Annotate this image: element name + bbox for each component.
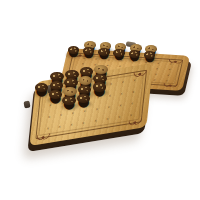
point-mark: × [82, 121, 85, 125]
game-piece: ● [77, 94, 91, 107]
game-piece: ● [83, 47, 95, 58]
point-mark: × [133, 78, 136, 82]
point-mark: × [129, 113, 132, 117]
point-mark: × [119, 103, 122, 107]
point-mark: × [131, 101, 134, 105]
disc-top [144, 51, 156, 59]
game-piece: ● [48, 90, 62, 103]
game-piece: ● [98, 48, 110, 59]
point-mark: × [117, 115, 120, 119]
game-piece: ● [113, 49, 125, 60]
game-piece: ● [92, 82, 106, 95]
point-mark: × [166, 74, 170, 77]
disc-top [49, 90, 62, 99]
point-mark: × [156, 62, 160, 65]
game-piece: ● [144, 51, 156, 62]
product-photo: ×××××××××××××××××××××××××××××××× ×××××××… [0, 0, 200, 200]
point-mark: × [59, 113, 62, 117]
point-mark: × [58, 125, 61, 129]
point-mark: × [120, 92, 123, 96]
point-mark: × [165, 79, 169, 82]
point-mark: × [153, 73, 157, 76]
point-mark: × [95, 107, 98, 111]
point-mark: × [106, 117, 109, 121]
disc-top [93, 82, 106, 91]
game-piece: ● [62, 96, 76, 109]
point-mark: × [121, 80, 124, 84]
game-piece: ● [128, 50, 140, 61]
hinge-icon [23, 101, 30, 109]
point-mark: × [80, 62, 84, 65]
point-mark: × [155, 67, 159, 70]
point-mark: × [46, 127, 49, 131]
point-mark: × [83, 109, 86, 113]
point-mark: × [108, 94, 111, 98]
disc-top [68, 46, 80, 54]
point-mark: × [132, 90, 135, 94]
disc-top [83, 47, 95, 55]
point-mark: × [167, 68, 171, 71]
point-mark: × [109, 82, 112, 86]
disc-top [113, 49, 125, 57]
point-mark: × [70, 123, 73, 127]
disc-top [62, 96, 75, 105]
game-piece: ● [35, 83, 49, 96]
disc-top [129, 50, 141, 58]
point-mark: × [107, 105, 110, 109]
point-mark: × [47, 115, 50, 119]
disc-top [98, 48, 110, 56]
point-mark: × [168, 62, 172, 65]
disc-top [77, 94, 90, 103]
point-mark: × [71, 111, 74, 115]
game-piece: ● [67, 46, 79, 57]
point-mark: × [152, 78, 156, 81]
point-mark: × [94, 119, 97, 123]
